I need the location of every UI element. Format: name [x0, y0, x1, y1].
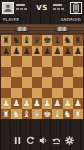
player-name-label: PLAYER	[2, 17, 20, 22]
square-e7[interactable]: ♟	[42, 46, 52, 57]
white-queen: ♛	[33, 108, 41, 118]
square-a5[interactable]	[1, 67, 11, 78]
square-b6[interactable]	[11, 56, 21, 67]
square-a1[interactable]: ♜	[1, 109, 11, 120]
white-knight: ♞	[64, 108, 72, 118]
square-d8[interactable]: ♛	[32, 35, 42, 46]
square-e5[interactable]	[42, 67, 52, 78]
square-f3[interactable]	[52, 88, 62, 99]
black-bishop: ♝	[23, 35, 31, 45]
square-b8[interactable]: ♞	[11, 35, 21, 46]
undo-button[interactable]	[52, 136, 61, 145]
square-g7[interactable]: ♟	[63, 46, 73, 57]
square-h3[interactable]	[73, 88, 83, 99]
gear-icon	[65, 136, 74, 145]
square-c2[interactable]: ♟	[22, 98, 32, 109]
black-pawn: ♟	[43, 45, 51, 55]
black-pawn: ♟	[23, 45, 31, 55]
square-d5[interactable]	[32, 67, 42, 78]
square-a2[interactable]: ♟	[1, 98, 11, 109]
undo-icon	[52, 136, 61, 145]
toolbar-icons-row	[0, 136, 84, 145]
square-a7[interactable]: ♟	[1, 46, 11, 57]
square-b1[interactable]: ♞	[11, 109, 21, 120]
black-pawn: ♟	[74, 45, 82, 55]
square-c8[interactable]: ♝	[22, 35, 32, 46]
square-f1[interactable]: ♝	[52, 109, 62, 120]
square-e3[interactable]	[42, 88, 52, 99]
square-b7[interactable]: ♟	[11, 46, 21, 57]
black-queen: ♛	[33, 35, 41, 45]
square-c1[interactable]: ♝	[22, 109, 32, 120]
white-pawn: ♟	[64, 98, 72, 108]
pause-icon	[13, 136, 22, 145]
square-f2[interactable]: ♟	[52, 98, 62, 109]
white-bishop: ♝	[23, 108, 31, 118]
square-b2[interactable]: ♟	[11, 98, 21, 109]
square-e8[interactable]: ♚	[42, 35, 52, 46]
square-d7[interactable]: ♟	[32, 46, 42, 57]
white-pawn: ♟	[74, 98, 82, 108]
black-pawn: ♟	[2, 45, 10, 55]
opponent-name-label: ANDROID	[60, 17, 82, 22]
white-pawn: ♟	[53, 98, 61, 108]
square-f5[interactable]	[52, 67, 62, 78]
frame-clamp-left	[15, 27, 29, 31]
opponent-avatar	[70, 2, 82, 14]
square-a6[interactable]	[1, 56, 11, 67]
square-e1[interactable]: ♚	[42, 109, 52, 120]
square-c7[interactable]: ♟	[22, 46, 32, 57]
black-pawn: ♟	[33, 45, 41, 55]
square-a4[interactable]	[1, 77, 11, 88]
square-f8[interactable]: ♝	[52, 35, 62, 46]
sound-icon	[39, 136, 48, 145]
black-rook: ♜	[74, 35, 82, 45]
black-king: ♚	[43, 35, 51, 45]
white-rook: ♜	[2, 108, 10, 118]
black-knight: ♞	[64, 35, 72, 45]
black-knight: ♞	[12, 35, 20, 45]
restart-button[interactable]	[26, 136, 35, 145]
square-f6[interactable]	[52, 56, 62, 67]
sound-button[interactable]	[39, 136, 48, 145]
square-h8[interactable]: ♜	[73, 35, 83, 46]
white-pawn: ♟	[33, 98, 41, 108]
square-h2[interactable]: ♟	[73, 98, 83, 109]
square-a8[interactable]: ♜	[1, 35, 11, 46]
captured-pieces-tray-right	[53, 4, 68, 13]
settings-button[interactable]	[65, 136, 74, 145]
square-e2[interactable]: ♟	[42, 98, 52, 109]
square-c5[interactable]	[22, 67, 32, 78]
chess-board: ♜♞♝♛♚♝♞♜♟♟♟♟♟♟♟♟♟♟♟♟♟♟♟♟♜♞♝♛♚♝♞♜	[0, 35, 84, 119]
square-h6[interactable]	[73, 56, 83, 67]
square-b5[interactable]	[11, 67, 21, 78]
square-f4[interactable]	[52, 77, 62, 88]
black-bishop: ♝	[53, 35, 61, 45]
square-g2[interactable]: ♟	[63, 98, 73, 109]
board-frame-top	[0, 24, 84, 35]
chess-app: VS PLAYER ANDROID ♜♞♝♛♚♝♞♜♟♟♟♟♟♟♟♟♟♟♟♟♟♟…	[0, 0, 84, 150]
white-pawn: ♟	[43, 98, 51, 108]
square-c3[interactable]	[22, 88, 32, 99]
square-d3[interactable]	[32, 88, 42, 99]
white-rook: ♜	[74, 108, 82, 118]
white-pawn: ♟	[23, 98, 31, 108]
square-h5[interactable]	[73, 67, 83, 78]
square-h1[interactable]: ♜	[73, 109, 83, 120]
square-g6[interactable]	[63, 56, 73, 67]
square-e6[interactable]	[42, 56, 52, 67]
square-a3[interactable]	[1, 88, 11, 99]
square-h4[interactable]	[73, 77, 83, 88]
bottom-toolbar	[0, 119, 84, 150]
square-g4[interactable]	[63, 77, 73, 88]
square-g1[interactable]: ♞	[63, 109, 73, 120]
phone-icon	[71, 3, 81, 13]
square-d6[interactable]	[32, 56, 42, 67]
white-king: ♚	[43, 108, 51, 118]
square-g8[interactable]: ♞	[63, 35, 73, 46]
white-knight: ♞	[12, 108, 20, 118]
square-c4[interactable]	[22, 77, 32, 88]
black-rook: ♜	[2, 35, 10, 45]
player-bar: VS PLAYER ANDROID	[0, 0, 84, 24]
tray-bar	[53, 4, 62, 6]
square-b3[interactable]	[11, 88, 21, 99]
square-d1[interactable]: ♛	[32, 109, 42, 120]
square-c6[interactable]	[22, 56, 32, 67]
square-d4[interactable]	[32, 77, 42, 88]
black-pawn: ♟	[64, 45, 72, 55]
square-g5[interactable]	[63, 67, 73, 78]
restart-icon	[26, 136, 35, 145]
white-pawn: ♟	[12, 98, 20, 108]
square-b4[interactable]	[11, 77, 21, 88]
square-h7[interactable]: ♟	[73, 46, 83, 57]
white-pawn: ♟	[2, 98, 10, 108]
black-pawn: ♟	[12, 45, 20, 55]
white-bishop: ♝	[53, 108, 61, 118]
black-pawn: ♟	[53, 45, 61, 55]
square-f7[interactable]: ♟	[52, 46, 62, 57]
square-e4[interactable]	[42, 77, 52, 88]
square-g3[interactable]	[63, 88, 73, 99]
frame-clamp-right	[55, 27, 69, 31]
pause-button[interactable]	[13, 136, 22, 145]
square-d2[interactable]: ♟	[32, 98, 42, 109]
